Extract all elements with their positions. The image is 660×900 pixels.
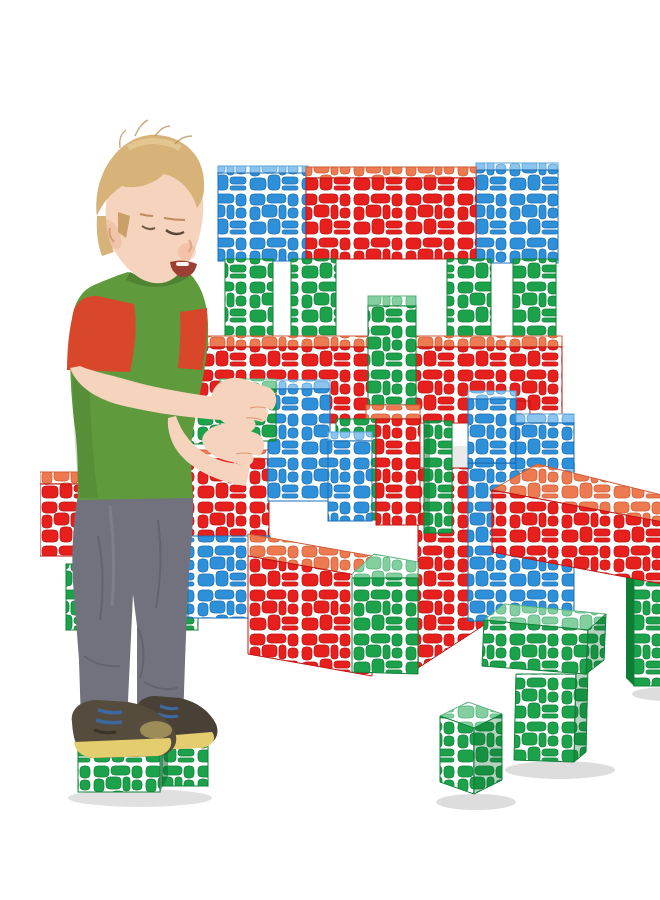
boy-right-sleeve <box>178 308 207 370</box>
cheek-blush <box>178 243 196 261</box>
pillar-1 <box>225 259 273 348</box>
cube-shadow <box>436 794 516 810</box>
top-center-block <box>306 167 476 259</box>
floor-cube <box>440 702 502 794</box>
top-right-block <box>476 163 558 263</box>
boy-left-sleeve <box>67 296 136 372</box>
scene-svg: Toddler boy playing with giant cardboard… <box>40 16 660 900</box>
floor-t-vertical <box>514 666 588 762</box>
pillar-2 <box>291 259 336 348</box>
center-column-lower-right <box>376 419 420 525</box>
boy-pants <box>72 492 193 722</box>
product-photo: Toddler boy playing with giant cardboard… <box>40 16 660 900</box>
pillar-4 <box>513 259 556 348</box>
support-shadow <box>632 687 660 701</box>
center-ledge <box>366 405 420 419</box>
t-shadow <box>505 761 615 779</box>
top-left-block <box>218 166 308 261</box>
corner-column <box>352 554 418 674</box>
pillar-3 <box>447 259 491 348</box>
floor-t-horizontal <box>482 604 606 674</box>
center-column-upper <box>368 296 416 405</box>
teeth <box>176 262 189 266</box>
center-slab <box>424 421 452 533</box>
